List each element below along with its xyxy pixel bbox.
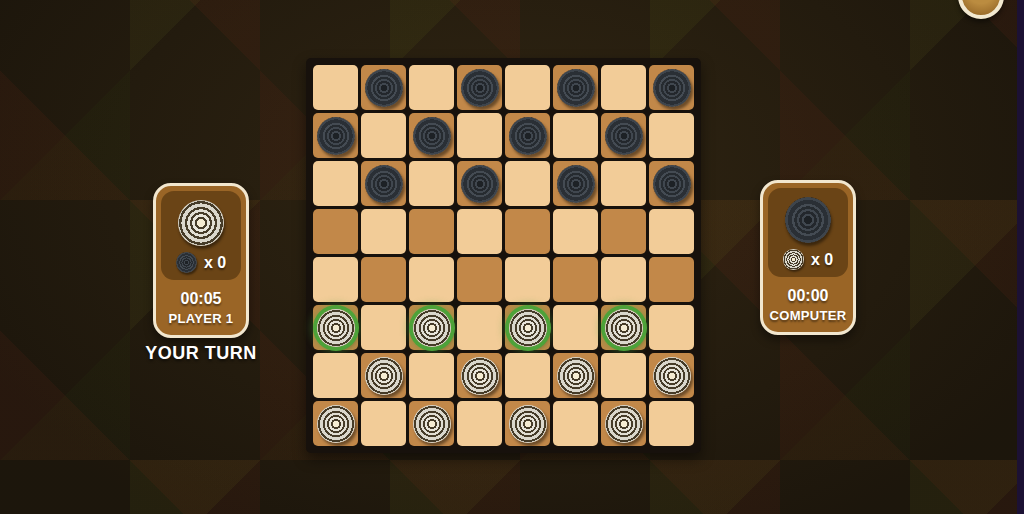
checker-black[interactable] — [461, 69, 499, 107]
checker-white-movable[interactable] — [317, 309, 355, 347]
square-r7c5 — [505, 353, 550, 398]
square-r5c8[interactable] — [649, 257, 694, 302]
captured-black-piece-icon — [176, 252, 197, 273]
checker-black[interactable] — [461, 165, 499, 203]
computer-piece-icon — [785, 197, 831, 243]
checker-white[interactable] — [509, 405, 547, 443]
square-r1c8[interactable] — [649, 65, 694, 110]
checker-white[interactable] — [461, 357, 499, 395]
player1-name: PLAYER 1 — [161, 311, 241, 326]
square-r8c4 — [457, 401, 502, 446]
square-r6c1[interactable] — [313, 305, 358, 350]
square-r8c8 — [649, 401, 694, 446]
checker-white-movable[interactable] — [509, 309, 547, 347]
square-r5c5 — [505, 257, 550, 302]
square-r3c8[interactable] — [649, 161, 694, 206]
checker-black[interactable] — [365, 165, 403, 203]
round-menu-button[interactable] — [958, 0, 1004, 19]
square-r8c7[interactable] — [601, 401, 646, 446]
player1-piece-icon — [178, 200, 224, 246]
square-r5c1 — [313, 257, 358, 302]
square-r3c4[interactable] — [457, 161, 502, 206]
square-r5c2[interactable] — [361, 257, 406, 302]
square-r6c8 — [649, 305, 694, 350]
checker-black[interactable] — [317, 117, 355, 155]
square-r3c7 — [601, 161, 646, 206]
player1-clock: 00:05 — [161, 290, 241, 308]
checker-black[interactable] — [653, 165, 691, 203]
player1-captured-count: x 0 — [204, 254, 226, 272]
square-r3c3 — [409, 161, 454, 206]
square-r3c1 — [313, 161, 358, 206]
square-r1c1 — [313, 65, 358, 110]
square-r2c2 — [361, 113, 406, 158]
game-background: x 0 00:05 PLAYER 1 YOUR TURN x 0 00:00 C… — [0, 0, 1024, 514]
square-r2c6 — [553, 113, 598, 158]
square-r6c5[interactable] — [505, 305, 550, 350]
square-r3c6[interactable] — [553, 161, 598, 206]
square-r5c6[interactable] — [553, 257, 598, 302]
checkers-board — [306, 58, 701, 453]
checker-white[interactable] — [653, 357, 691, 395]
square-r1c2[interactable] — [361, 65, 406, 110]
square-r6c4 — [457, 305, 502, 350]
computer-name: COMPUTER — [768, 308, 848, 323]
square-r3c2[interactable] — [361, 161, 406, 206]
square-r1c7 — [601, 65, 646, 110]
checker-black[interactable] — [557, 69, 595, 107]
square-r2c8 — [649, 113, 694, 158]
square-r7c1 — [313, 353, 358, 398]
square-r4c8 — [649, 209, 694, 254]
square-r2c5[interactable] — [505, 113, 550, 158]
checker-black[interactable] — [365, 69, 403, 107]
square-r7c4[interactable] — [457, 353, 502, 398]
square-r7c7 — [601, 353, 646, 398]
square-r8c1[interactable] — [313, 401, 358, 446]
player1-capture-tray: x 0 — [161, 191, 241, 280]
turn-indicator: YOUR TURN — [116, 343, 286, 364]
square-r5c4[interactable] — [457, 257, 502, 302]
square-r4c4 — [457, 209, 502, 254]
square-r7c6[interactable] — [553, 353, 598, 398]
computer-panel: x 0 00:00 COMPUTER — [760, 180, 856, 335]
square-r5c7 — [601, 257, 646, 302]
square-r3c5 — [505, 161, 550, 206]
checker-white-movable[interactable] — [605, 309, 643, 347]
square-r7c3 — [409, 353, 454, 398]
player1-captured-row: x 0 — [176, 252, 226, 273]
checker-white-movable[interactable] — [413, 309, 451, 347]
computer-clock: 00:00 — [768, 287, 848, 305]
square-r6c7[interactable] — [601, 305, 646, 350]
checker-black[interactable] — [509, 117, 547, 155]
checker-white[interactable] — [605, 405, 643, 443]
checker-white[interactable] — [365, 357, 403, 395]
checker-white[interactable] — [557, 357, 595, 395]
square-r6c6 — [553, 305, 598, 350]
square-r2c4 — [457, 113, 502, 158]
checker-white[interactable] — [413, 405, 451, 443]
computer-capture-tray: x 0 — [768, 188, 848, 277]
square-r4c7[interactable] — [601, 209, 646, 254]
square-r1c3 — [409, 65, 454, 110]
right-edge-strip — [1017, 0, 1024, 514]
square-r4c6 — [553, 209, 598, 254]
checker-black[interactable] — [413, 117, 451, 155]
captured-white-piece-icon — [783, 249, 804, 270]
square-r4c2 — [361, 209, 406, 254]
square-r4c1[interactable] — [313, 209, 358, 254]
square-r2c1[interactable] — [313, 113, 358, 158]
square-r6c3[interactable] — [409, 305, 454, 350]
square-r8c6 — [553, 401, 598, 446]
computer-captured-count: x 0 — [811, 251, 833, 269]
square-r2c3[interactable] — [409, 113, 454, 158]
checker-black[interactable] — [557, 165, 595, 203]
player1-panel: x 0 00:05 PLAYER 1 — [153, 183, 249, 338]
square-r6c2 — [361, 305, 406, 350]
square-r1c6[interactable] — [553, 65, 598, 110]
square-r2c7[interactable] — [601, 113, 646, 158]
square-r7c8[interactable] — [649, 353, 694, 398]
square-r8c5[interactable] — [505, 401, 550, 446]
square-r5c3 — [409, 257, 454, 302]
square-r8c2 — [361, 401, 406, 446]
square-r4c5[interactable] — [505, 209, 550, 254]
computer-captured-row: x 0 — [783, 249, 833, 270]
square-r8c3[interactable] — [409, 401, 454, 446]
square-r1c4[interactable] — [457, 65, 502, 110]
square-r7c2[interactable] — [361, 353, 406, 398]
checker-black[interactable] — [605, 117, 643, 155]
checker-black[interactable] — [653, 69, 691, 107]
square-r1c5 — [505, 65, 550, 110]
square-r4c3[interactable] — [409, 209, 454, 254]
checker-white[interactable] — [317, 405, 355, 443]
